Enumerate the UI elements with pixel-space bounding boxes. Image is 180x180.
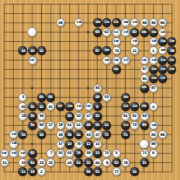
move-number: 47 xyxy=(86,114,90,118)
white-stone-3[interactable]: 3 xyxy=(112,149,121,158)
move-number: 143 xyxy=(11,152,16,155)
move-number: 146 xyxy=(141,59,146,62)
move-number: 108 xyxy=(141,31,146,34)
white-stone-89[interactable]: 89 xyxy=(149,140,158,149)
white-stone-95[interactable]: 95 xyxy=(140,74,149,83)
white-stone-110[interactable]: 110 xyxy=(149,56,158,65)
move-number: 90 xyxy=(160,21,164,25)
move-number: 126 xyxy=(114,68,119,71)
white-stone-83[interactable]: 83 xyxy=(140,112,149,121)
white-stone-62[interactable]: 62 xyxy=(102,28,111,37)
move-number: 145 xyxy=(20,152,25,155)
move-number: 137 xyxy=(160,77,165,80)
black-stone-34[interactable]: 34 xyxy=(28,121,37,130)
move-number: 124 xyxy=(132,105,137,108)
move-number: 134 xyxy=(160,68,165,71)
white-stone-117[interactable]: 117 xyxy=(121,56,130,65)
move-number: 29 xyxy=(58,124,62,128)
white-stone-101[interactable]: 101 xyxy=(102,56,111,65)
move-number: 92 xyxy=(30,152,34,156)
move-number: 99 xyxy=(160,133,164,137)
move-number: 118 xyxy=(76,21,81,24)
move-number: 105 xyxy=(141,87,146,90)
move-number: 96 xyxy=(151,21,155,25)
black-stone-32[interactable]: 32 xyxy=(93,112,102,121)
move-number: 11 xyxy=(133,49,137,53)
black-stone-49[interactable]: 49 xyxy=(93,93,102,102)
white-stone-51[interactable]: 51 xyxy=(0,158,9,167)
move-number: 60 xyxy=(133,30,137,34)
move-number: 51 xyxy=(2,161,6,165)
white-stone-85[interactable]: 85 xyxy=(93,84,102,93)
move-number: 123 xyxy=(160,31,165,34)
move-number: 56 xyxy=(95,124,99,128)
white-stone-98[interactable]: 98 xyxy=(140,18,149,27)
move-number: 125 xyxy=(151,40,156,43)
white-stone-78[interactable]: 78 xyxy=(121,158,130,167)
black-stone-30[interactable]: 30 xyxy=(65,112,74,121)
move-number: 20 xyxy=(21,133,25,137)
move-number: 21 xyxy=(142,161,146,165)
move-number: 44 xyxy=(77,133,81,137)
move-number: 131 xyxy=(76,105,81,108)
white-stone-84[interactable]: 84 xyxy=(93,158,102,167)
black-stone-138[interactable]: 138 xyxy=(149,74,158,83)
move-number: 98 xyxy=(142,21,146,25)
black-stone-56[interactable]: 56 xyxy=(93,121,102,130)
move-number: 6 xyxy=(152,152,154,156)
white-stone-146[interactable]: 146 xyxy=(140,56,149,65)
move-number: 113 xyxy=(123,124,128,127)
white-stone-120[interactable]: 120 xyxy=(112,56,121,65)
move-number: 22 xyxy=(86,161,90,165)
move-number: 7 xyxy=(50,152,52,156)
move-number: 95 xyxy=(142,77,146,81)
move-number: 82 xyxy=(21,105,25,109)
move-number: 45 xyxy=(39,105,43,109)
white-stone-125[interactable]: 125 xyxy=(149,37,158,46)
black-stone-10[interactable]: 10 xyxy=(65,140,74,149)
move-number: 138 xyxy=(151,77,156,80)
white-stone-80[interactable]: 80 xyxy=(37,121,46,130)
black-stone-94[interactable]: 94 xyxy=(28,158,37,167)
move-number: 104 xyxy=(104,49,109,52)
white-stone-81[interactable]: 81 xyxy=(130,112,139,121)
move-number: 30 xyxy=(67,114,71,118)
move-number: 78 xyxy=(123,161,127,165)
white-stone-87[interactable]: 87 xyxy=(149,84,158,93)
move-number: 139 xyxy=(114,40,119,43)
black-stone-113[interactable]: 113 xyxy=(121,121,130,130)
white-stone-143[interactable]: 143 xyxy=(9,149,18,158)
move-number: 150 xyxy=(141,105,146,108)
black-stone-22[interactable]: 22 xyxy=(84,158,93,167)
white-stone[interactable] xyxy=(139,139,149,149)
black-stone-21[interactable]: 21 xyxy=(140,158,149,167)
move-number: 76 xyxy=(77,152,81,156)
move-number: 34 xyxy=(30,124,34,128)
move-number: 93 xyxy=(142,124,146,128)
move-number: 5 xyxy=(22,96,24,100)
white-stone-69[interactable]: 69 xyxy=(56,18,65,27)
move-number: 24 xyxy=(21,170,25,174)
white-stone-47[interactable]: 47 xyxy=(84,112,93,121)
move-number: 89 xyxy=(151,142,155,146)
move-number: 62 xyxy=(105,30,109,34)
move-number: 83 xyxy=(142,114,146,118)
move-number: 77 xyxy=(114,170,118,174)
move-number: 41 xyxy=(77,124,81,128)
move-number: 110 xyxy=(151,59,156,62)
white-stone-91[interactable]: 91 xyxy=(121,112,130,121)
white-stone-28[interactable]: 28 xyxy=(18,112,27,121)
white-stone-141[interactable]: 141 xyxy=(28,56,37,65)
move-number: 31 xyxy=(49,105,53,109)
white-stone-36[interactable]: 36 xyxy=(37,112,46,121)
move-number: 80 xyxy=(39,124,43,128)
move-number: 27 xyxy=(49,124,53,128)
move-number: 53 xyxy=(105,96,109,100)
move-number: 25 xyxy=(49,161,53,165)
move-number: 48 xyxy=(86,124,90,128)
white-stone-59[interactable]: 59 xyxy=(84,149,93,158)
move-number: 103 xyxy=(123,96,128,99)
black-stone-108[interactable]: 108 xyxy=(140,28,149,37)
move-number: 100 xyxy=(160,49,165,52)
move-number: 12 xyxy=(86,142,90,146)
black-stone-93[interactable]: 93 xyxy=(140,121,149,130)
black-stone-74[interactable]: 74 xyxy=(121,130,130,139)
move-number: 66 xyxy=(49,96,53,100)
black-stone-105[interactable]: 105 xyxy=(140,84,149,93)
white-stone-15[interactable]: 15 xyxy=(93,140,102,149)
move-number: 129 xyxy=(67,105,72,108)
move-number: 97 xyxy=(142,68,146,72)
move-number: 14 xyxy=(105,124,109,128)
white-stone-63[interactable]: 63 xyxy=(84,130,93,139)
move-number: 49 xyxy=(95,96,99,100)
move-number: 109 xyxy=(95,21,100,24)
move-number: 35 xyxy=(30,105,34,109)
black-stone-132[interactable]: 132 xyxy=(149,65,158,74)
move-number: 121 xyxy=(169,59,174,62)
move-number: 114 xyxy=(114,21,119,24)
move-number: 40 xyxy=(30,49,34,53)
move-number: 79 xyxy=(77,142,81,146)
move-number: 94 xyxy=(30,161,34,165)
move-number: 127 xyxy=(58,105,63,108)
black-stone-40[interactable]: 40 xyxy=(28,46,37,55)
white-stone-4[interactable]: 4 xyxy=(149,102,158,111)
move-number: 122 xyxy=(123,105,128,108)
move-number: 57 xyxy=(95,133,99,137)
move-number: 91 xyxy=(123,114,127,118)
white-stone-86[interactable]: 86 xyxy=(149,130,158,139)
move-number: 88 xyxy=(170,49,174,53)
black-stone-26[interactable]: 26 xyxy=(28,112,37,121)
move-number: 87 xyxy=(151,86,155,90)
black-stone-103[interactable]: 103 xyxy=(121,93,130,102)
white-stone-71[interactable]: 71 xyxy=(140,149,149,158)
move-number: 58 xyxy=(86,170,90,174)
move-number: 135 xyxy=(132,40,137,43)
black-stone-150[interactable]: 150 xyxy=(140,102,149,111)
black-stone-92[interactable]: 92 xyxy=(28,149,37,158)
move-number: 32 xyxy=(95,114,99,118)
white-stone-65[interactable]: 65 xyxy=(65,149,74,158)
move-number: 112 xyxy=(104,21,109,24)
move-number: 42 xyxy=(39,49,43,53)
move-number: 16 xyxy=(133,170,137,174)
move-number: 75 xyxy=(105,152,109,156)
move-number: 67 xyxy=(95,49,99,53)
move-number: 106 xyxy=(151,31,156,34)
black-stone-134[interactable]: 134 xyxy=(158,65,167,74)
black-stone-13[interactable]: 13 xyxy=(93,149,102,158)
black-stone-12[interactable]: 12 xyxy=(84,140,93,149)
white-stone-133[interactable]: 133 xyxy=(84,102,93,111)
move-number: 43 xyxy=(67,161,71,165)
move-number: 69 xyxy=(58,21,62,25)
move-number: 142 xyxy=(11,133,16,136)
move-number: 120 xyxy=(114,59,119,62)
black-stone-119[interactable]: 119 xyxy=(158,56,167,65)
move-number: 102 xyxy=(123,21,128,24)
black-stone-127[interactable]: 127 xyxy=(56,102,65,111)
white-stone-6[interactable]: 6 xyxy=(149,149,158,158)
move-number: 9 xyxy=(106,161,108,165)
move-number: 61 xyxy=(67,124,71,128)
white-stone-115[interactable]: 115 xyxy=(121,28,130,37)
move-number: 119 xyxy=(160,59,165,62)
move-number: 130 xyxy=(169,40,174,43)
white-stone-148[interactable]: 148 xyxy=(9,140,18,149)
move-number: 132 xyxy=(151,68,156,71)
white-stone-111[interactable]: 111 xyxy=(112,28,121,37)
move-number: 38 xyxy=(67,133,71,137)
move-number: 141 xyxy=(30,59,35,62)
white-stone-50[interactable]: 50 xyxy=(74,112,83,121)
black-stone-126[interactable]: 126 xyxy=(112,65,121,74)
move-number: 63 xyxy=(86,133,90,137)
move-number: 18 xyxy=(30,170,34,174)
move-number: 28 xyxy=(21,114,25,118)
move-number: 55 xyxy=(58,152,62,156)
move-number: 70 xyxy=(114,49,118,53)
white-stone-140[interactable]: 140 xyxy=(149,121,158,130)
move-number: 13 xyxy=(95,152,99,156)
move-number: 59 xyxy=(86,152,90,156)
white-stone-79[interactable]: 79 xyxy=(74,140,83,149)
move-number: 2 xyxy=(40,170,42,174)
move-number: 86 xyxy=(151,133,155,137)
move-number: 62 xyxy=(114,161,118,165)
black-stone-48[interactable]: 48 xyxy=(84,121,93,130)
white-stone-29[interactable]: 29 xyxy=(56,121,65,130)
move-number: 64 xyxy=(39,96,43,100)
white-stone-75[interactable]: 75 xyxy=(102,149,111,158)
move-number: 4 xyxy=(152,105,154,109)
black-stone-62[interactable]: 62 xyxy=(112,158,121,167)
move-number: 72 xyxy=(105,133,109,137)
move-number: 65 xyxy=(67,152,71,156)
move-number: 3 xyxy=(115,152,117,156)
black-stone-60[interactable]: 60 xyxy=(130,28,139,37)
move-number: 26 xyxy=(30,114,34,118)
white-stone-39[interactable]: 39 xyxy=(56,130,65,139)
move-number: 140 xyxy=(151,124,156,127)
move-number: 52 xyxy=(95,170,99,174)
white-stone-149[interactable]: 149 xyxy=(0,149,9,158)
move-number: 73 xyxy=(133,124,137,128)
white-stone-37[interactable]: 37 xyxy=(56,140,65,149)
move-number: 111 xyxy=(114,31,119,34)
move-number: 128 xyxy=(160,40,165,43)
white-stone-73[interactable]: 73 xyxy=(130,121,139,130)
move-number: 33 xyxy=(21,161,25,165)
move-number: 115 xyxy=(123,31,128,34)
move-number: 148 xyxy=(11,143,16,146)
move-number: 68 xyxy=(95,30,99,34)
move-number: 36 xyxy=(39,114,43,118)
white-stone-123[interactable]: 123 xyxy=(158,28,167,37)
move-number: 8 xyxy=(96,105,98,109)
move-number: 1 xyxy=(152,49,154,53)
go-board[interactable]: 6911810911211410211698969068621111156010… xyxy=(0,0,180,180)
move-number: 117 xyxy=(123,59,128,62)
white-stone[interactable] xyxy=(27,27,37,37)
move-number: 19 xyxy=(39,133,43,137)
move-number: 136 xyxy=(169,68,174,71)
black-stone-106[interactable]: 106 xyxy=(149,28,158,37)
white-stone-43[interactable]: 43 xyxy=(65,158,74,167)
move-number: 84 xyxy=(95,161,99,165)
move-number: 85 xyxy=(95,86,99,90)
move-number: 101 xyxy=(104,59,109,62)
move-number: 46 xyxy=(21,49,25,53)
move-number: 50 xyxy=(77,114,81,118)
move-number: 133 xyxy=(86,105,91,108)
white-stone-70[interactable]: 70 xyxy=(112,46,121,55)
white-stone-61[interactable]: 61 xyxy=(65,121,74,130)
white-stone-55[interactable]: 55 xyxy=(56,149,65,158)
move-number: 74 xyxy=(123,133,127,137)
white-stone-97[interactable]: 97 xyxy=(140,65,149,74)
move-number: 39 xyxy=(58,133,62,137)
white-stone-139[interactable]: 139 xyxy=(112,37,121,46)
move-number: 10 xyxy=(67,142,71,146)
black-stone-76[interactable]: 76 xyxy=(74,149,83,158)
black-stone-64[interactable]: 64 xyxy=(37,93,46,102)
move-number: 81 xyxy=(133,114,137,118)
move-number: 23 xyxy=(39,161,43,165)
black-stone-114[interactable]: 114 xyxy=(112,18,121,27)
move-number: 15 xyxy=(95,142,99,146)
move-number: 71 xyxy=(142,152,146,156)
black-stone-68[interactable]: 68 xyxy=(93,28,102,37)
white-stone-57[interactable]: 57 xyxy=(93,130,102,139)
black-stone-35[interactable]: 35 xyxy=(28,102,37,111)
move-number: 116 xyxy=(132,21,137,24)
move-number: 54 xyxy=(77,161,81,165)
move-number: 37 xyxy=(58,142,62,146)
move-number: 149 xyxy=(2,152,7,155)
white-stone-77[interactable]: 77 xyxy=(112,167,121,176)
